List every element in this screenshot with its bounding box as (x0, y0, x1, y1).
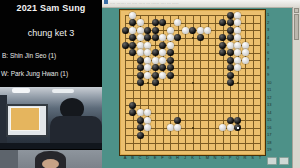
scrollbar-thumb[interactable] (294, 14, 299, 40)
black-stone (219, 34, 226, 41)
coordinate-number: 19 (267, 147, 271, 152)
white-stone (234, 12, 241, 19)
white-stone (242, 49, 249, 56)
black-stone (152, 64, 159, 71)
black-stone (227, 57, 234, 64)
coordinate-letter: F (161, 155, 163, 160)
coordinate-number: 2 (267, 19, 269, 24)
black-stone (129, 19, 136, 26)
stream-sidebar: 2021 Sam Sung chung ket 3 B: Shin Jin Se… (0, 0, 102, 168)
black-stone (129, 34, 136, 41)
white-stone (197, 27, 204, 34)
background-doorway (0, 150, 18, 168)
white-stone (137, 19, 144, 26)
black-stone (227, 64, 234, 71)
white-stone (144, 49, 151, 56)
black-stone (167, 49, 174, 56)
coordinate-number: 11 (267, 87, 271, 92)
go-board[interactable] (119, 9, 266, 156)
black-stone (227, 72, 234, 79)
coordinate-letter: T (259, 155, 261, 160)
coordinate-letter: H (176, 155, 179, 160)
white-stone (144, 109, 151, 116)
scroll-up-arrow-icon[interactable] (294, 8, 299, 13)
black-stone (152, 19, 159, 26)
black-stone (129, 49, 136, 56)
coordinate-number: 3 (267, 27, 269, 32)
go-client-window: ···· ······· ··· ···· ····· ··· ······ ·… (102, 0, 300, 168)
white-stone (174, 124, 181, 131)
white-player-label: W: Park Jung Hwan (1) (1, 70, 68, 77)
coordinate-letter: J (184, 155, 186, 160)
grid-line-vertical (245, 15, 246, 150)
black-stone (174, 117, 181, 124)
window-title-text: ···· ······· ··· ···· ····· ··· ······ ·… (110, 1, 179, 6)
white-stone (167, 42, 174, 49)
grid-line-horizontal (125, 105, 260, 106)
coordinate-letter: K (191, 155, 194, 160)
vertical-scrollbar[interactable] (292, 7, 300, 168)
black-stone (159, 42, 166, 49)
black-stone (219, 49, 226, 56)
black-stone (219, 42, 226, 49)
white-stone (234, 57, 241, 64)
hoshi-star-point (192, 127, 194, 129)
black-stone (137, 72, 144, 79)
black-stone (137, 64, 144, 71)
white-stone (159, 72, 166, 79)
black-stone (152, 27, 159, 34)
black-stone (227, 12, 234, 19)
white-stone (144, 64, 151, 71)
black-player-label: B: Shin Jin Seo (1) (2, 52, 56, 59)
white-stone (167, 124, 174, 131)
white-stone (234, 64, 241, 71)
coordinate-letter: M (206, 155, 209, 160)
white-stone (137, 27, 144, 34)
coordinate-number: 8 (267, 64, 269, 69)
coordinate-letter: E (154, 155, 157, 160)
desk (0, 143, 102, 149)
coordinate-number: 13 (267, 102, 271, 107)
black-stone (197, 34, 204, 41)
coordinate-letter: D (146, 155, 149, 160)
grid-line-vertical (260, 15, 261, 150)
grid-line-horizontal (125, 90, 260, 91)
grid-line-vertical (208, 15, 209, 150)
white-stone (174, 19, 181, 26)
go-board-grid[interactable] (120, 10, 265, 155)
white-stone (234, 34, 241, 41)
white-stone (137, 42, 144, 49)
coordinate-number: 10 (267, 79, 271, 84)
tournament-title: 2021 Sam Sung (0, 3, 102, 13)
black-stone (167, 72, 174, 79)
white-stone (144, 124, 151, 131)
white-stone (167, 34, 174, 41)
white-stone (159, 49, 166, 56)
coordinate-number: 12 (267, 94, 271, 99)
hoshi-star-point (237, 82, 239, 84)
white-stone (234, 49, 241, 56)
coordinate-number: 4 (267, 34, 269, 39)
black-stone-last-move (234, 124, 241, 131)
black-stone (137, 79, 144, 86)
go-board-on-screen (11, 108, 39, 130)
white-stone (144, 117, 151, 124)
status-icon[interactable] (279, 157, 289, 165)
monitor-with-go-board (6, 104, 48, 137)
white-stone (242, 57, 249, 64)
black-stone (167, 57, 174, 64)
white-stone (144, 72, 151, 79)
grid-line-horizontal (125, 98, 260, 99)
black-stone (189, 27, 196, 34)
black-stone (122, 42, 129, 49)
white-stone (129, 27, 136, 34)
grid-line-horizontal (125, 135, 260, 136)
coordinate-number: 17 (267, 132, 271, 137)
black-stone (129, 42, 136, 49)
window-title-bar[interactable]: ···· ······· ··· ···· ····· ··· ······ ·… (102, 0, 300, 8)
black-stone (122, 27, 129, 34)
black-stone (227, 49, 234, 56)
white-stone (129, 12, 136, 19)
coordinate-number: 1 (267, 12, 269, 17)
black-stone (152, 72, 159, 79)
white-stone (242, 42, 249, 49)
black-stone (227, 34, 234, 41)
white-stone (144, 57, 151, 64)
coordinate-letter: B (131, 155, 134, 160)
white-stone (167, 27, 174, 34)
coordinate-number: 7 (267, 57, 269, 62)
black-stone (129, 109, 136, 116)
hoshi-star-point (147, 82, 149, 84)
black-stone (227, 27, 234, 34)
black-stone (159, 64, 166, 71)
white-stone (159, 57, 166, 64)
black-stone (227, 117, 234, 124)
white-stone (234, 19, 241, 26)
hoshi-star-point (192, 37, 194, 39)
white-stone (159, 34, 166, 41)
coordinate-number: 15 (267, 117, 271, 122)
black-stone (159, 19, 166, 26)
black-stone (137, 132, 144, 139)
white-stone (234, 42, 241, 49)
ceiling-light (52, 89, 74, 93)
white-stone (227, 42, 234, 49)
black-stone (227, 79, 234, 86)
status-icon[interactable] (267, 157, 277, 165)
coordinate-number: 6 (267, 49, 269, 54)
white-stone (219, 124, 226, 131)
tournament-subtitle: chung ket 3 (0, 28, 102, 38)
coordinate-number: 18 (267, 139, 271, 144)
black-stone (152, 49, 159, 56)
white-stone (144, 42, 151, 49)
black-stone (152, 34, 159, 41)
coordinate-letter: Q (236, 155, 239, 160)
white-stone (137, 109, 144, 116)
white-stone (234, 27, 241, 34)
ceiling-light (12, 88, 30, 93)
black-stone (174, 34, 181, 41)
grid-line-horizontal (125, 150, 260, 151)
black-stone (137, 57, 144, 64)
white-stone (137, 34, 144, 41)
board-coordinates-numbers: 12345678910111213141516171819 (267, 9, 277, 154)
coordinate-letter: G (168, 155, 171, 160)
black-stone (129, 102, 136, 109)
white-stone (137, 49, 144, 56)
grid-line-horizontal (125, 143, 260, 144)
coordinate-letter: N (214, 155, 217, 160)
status-icons (267, 157, 289, 165)
black-stone (144, 27, 151, 34)
grid-line-vertical (215, 15, 216, 150)
webcam-feed-playing-room (0, 87, 102, 149)
black-stone (137, 124, 144, 131)
coordinate-number: 14 (267, 109, 271, 114)
coordinate-letter: P (229, 155, 232, 160)
black-stone (144, 34, 151, 41)
window-icon (104, 0, 108, 4)
coordinate-letter: O (221, 155, 224, 160)
player-face (42, 159, 59, 168)
coordinate-number: 16 (267, 124, 271, 129)
coordinate-letter: L (199, 155, 201, 160)
white-stone (152, 57, 159, 64)
black-stone (219, 19, 226, 26)
coordinate-letter: A (124, 155, 127, 160)
white-stone (227, 124, 234, 131)
grid-line-vertical (253, 15, 254, 150)
board-coordinates-letters: ABCDEFGHJKLMNOPQRST (119, 155, 264, 161)
white-stone (182, 27, 189, 34)
black-stone (167, 64, 174, 71)
black-stone (227, 19, 234, 26)
black-stone (152, 79, 159, 86)
coordinate-number: 5 (267, 42, 269, 47)
black-stone (137, 117, 144, 124)
hoshi-star-point (192, 82, 194, 84)
webcam-feed-player-face (0, 150, 102, 168)
coordinate-number: 9 (267, 72, 269, 77)
coordinate-letter: R (244, 155, 247, 160)
coordinate-letter: S (251, 155, 254, 160)
black-stone (234, 117, 241, 124)
coordinate-letter: C (139, 155, 142, 160)
white-stone (204, 27, 211, 34)
